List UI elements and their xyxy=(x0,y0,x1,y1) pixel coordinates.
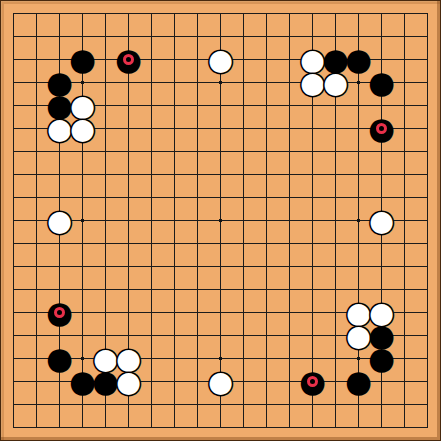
intersection-J10 xyxy=(186,209,209,232)
grid-line-v xyxy=(174,324,175,347)
grid-line-v xyxy=(197,140,198,163)
grid-line-v xyxy=(128,94,129,117)
intersection-K3: ● xyxy=(209,370,232,393)
grid-line-v xyxy=(220,301,221,324)
white-stone-F3: ● xyxy=(117,370,140,393)
intersection-M8 xyxy=(255,255,278,278)
grid-line-v xyxy=(105,255,106,278)
intersection-N1 xyxy=(278,416,301,439)
grid-line-v xyxy=(36,13,37,25)
grid-line-v xyxy=(174,255,175,278)
intersection-L6 xyxy=(232,301,255,324)
grid-line-v xyxy=(36,255,37,278)
grid-line-v xyxy=(289,13,290,25)
grid-line-v xyxy=(243,324,244,347)
grid-line-v xyxy=(82,324,83,347)
grid-line-v xyxy=(427,324,428,347)
grid-line-v xyxy=(427,163,428,186)
intersection-M1 xyxy=(255,416,278,439)
intersection-A11 xyxy=(2,186,25,209)
intersection-G18 xyxy=(140,25,163,48)
intersection-L9 xyxy=(232,232,255,255)
grid-line-v xyxy=(335,255,336,278)
star-point xyxy=(81,219,84,222)
intersection-M18 xyxy=(255,25,278,48)
intersection-B7 xyxy=(25,278,48,301)
grid-line-v xyxy=(82,301,83,324)
intersection-S19 xyxy=(393,2,416,25)
intersection-L15 xyxy=(232,94,255,117)
intersection-C6: ● xyxy=(48,301,71,324)
white-stone-O16: ● xyxy=(301,71,324,94)
intersection-N3 xyxy=(278,370,301,393)
grid-line-v xyxy=(82,186,83,209)
intersection-F9 xyxy=(117,232,140,255)
grid-line-v xyxy=(151,232,152,255)
grid-line-v xyxy=(404,117,405,140)
intersection-Q14 xyxy=(347,117,370,140)
grid-line-v xyxy=(105,209,106,232)
grid-line-v xyxy=(174,370,175,393)
grid-line-v xyxy=(427,13,428,25)
grid-line-v xyxy=(266,301,267,324)
intersection-T10 xyxy=(416,209,439,232)
intersection-P9 xyxy=(324,232,347,255)
grid-line-h xyxy=(13,174,25,175)
intersection-J8 xyxy=(186,255,209,278)
grid-line-v xyxy=(105,117,106,140)
grid-line-v xyxy=(128,117,129,140)
intersection-H16 xyxy=(163,71,186,94)
intersection-F11 xyxy=(117,186,140,209)
white-stone-K17: ● xyxy=(209,48,232,71)
intersection-G13 xyxy=(140,140,163,163)
grid-line-v xyxy=(151,278,152,301)
intersection-O1 xyxy=(301,416,324,439)
intersection-E17 xyxy=(94,48,117,71)
grid-line-v xyxy=(312,301,313,324)
intersection-B11 xyxy=(25,186,48,209)
intersection-H15 xyxy=(163,94,186,117)
grid-line-h xyxy=(13,59,25,60)
intersection-R1 xyxy=(370,416,393,439)
grid-line-v xyxy=(266,117,267,140)
intersection-M9 xyxy=(255,232,278,255)
grid-line-v xyxy=(220,140,221,163)
intersection-N13 xyxy=(278,140,301,163)
grid-line-v xyxy=(289,163,290,186)
grid-line-v xyxy=(82,13,83,25)
grid-line-v xyxy=(427,94,428,117)
intersection-Q12 xyxy=(347,163,370,186)
star-point xyxy=(81,81,84,84)
grid-line-v xyxy=(36,209,37,232)
intersection-N19 xyxy=(278,2,301,25)
intersection-J4 xyxy=(186,347,209,370)
intersection-J9 xyxy=(186,232,209,255)
grid-line-v xyxy=(404,25,405,48)
intersection-N2 xyxy=(278,393,301,416)
grid-line-v xyxy=(243,117,244,140)
intersection-D7 xyxy=(71,278,94,301)
intersection-Q5: ● xyxy=(347,324,370,347)
intersection-K8 xyxy=(209,255,232,278)
intersection-P2 xyxy=(324,393,347,416)
grid-line-v xyxy=(174,140,175,163)
grid-line-v xyxy=(13,117,14,140)
grid-line-v xyxy=(358,117,359,140)
grid-line-v xyxy=(197,13,198,25)
grid-line-v xyxy=(151,186,152,209)
grid-line-v xyxy=(13,301,14,324)
grid-line-v xyxy=(427,347,428,370)
grid-line-h xyxy=(13,105,25,106)
grid-line-v xyxy=(197,48,198,71)
grid-line-v xyxy=(312,416,313,428)
intersection-T14 xyxy=(416,117,439,140)
grid-line-v xyxy=(151,416,152,428)
grid-line-v xyxy=(427,393,428,416)
black-stone-E3: ● xyxy=(94,370,117,393)
black-stone-Q17: ● xyxy=(347,48,370,71)
grid-line-v xyxy=(243,163,244,186)
intersection-P7 xyxy=(324,278,347,301)
star-point xyxy=(219,357,222,360)
intersection-A13 xyxy=(2,140,25,163)
intersection-M6 xyxy=(255,301,278,324)
grid-line-v xyxy=(289,370,290,393)
grid-line-v xyxy=(13,25,14,48)
grid-line-v xyxy=(358,255,359,278)
grid-line-v xyxy=(197,370,198,393)
intersection-A2 xyxy=(2,393,25,416)
grid-line-v xyxy=(312,13,313,25)
grid-line-v xyxy=(404,255,405,278)
intersection-M3 xyxy=(255,370,278,393)
intersection-J12 xyxy=(186,163,209,186)
grid-line-v xyxy=(151,13,152,25)
intersection-T16 xyxy=(416,71,439,94)
intersection-S1 xyxy=(393,416,416,439)
grid-line-v xyxy=(335,393,336,416)
intersection-D14: ● xyxy=(71,117,94,140)
white-stone-R10: ● xyxy=(370,209,393,232)
intersection-N11 xyxy=(278,186,301,209)
intersection-A14 xyxy=(2,117,25,140)
grid-line-v xyxy=(381,416,382,428)
intersection-E9 xyxy=(94,232,117,255)
intersection-F1 xyxy=(117,416,140,439)
intersection-J2 xyxy=(186,393,209,416)
grid-line-v xyxy=(427,48,428,71)
intersection-L10 xyxy=(232,209,255,232)
intersection-M4 xyxy=(255,347,278,370)
intersection-H3 xyxy=(163,370,186,393)
intersection-R4: ● xyxy=(370,347,393,370)
grid-line-v xyxy=(174,163,175,186)
grid-line-v xyxy=(197,416,198,428)
grid-line-v xyxy=(404,278,405,301)
grid-line-v xyxy=(13,393,14,416)
grid-line-v xyxy=(220,186,221,209)
grid-line-v xyxy=(36,186,37,209)
grid-line-v xyxy=(174,278,175,301)
grid-line-v xyxy=(312,232,313,255)
grid-line-v xyxy=(427,25,428,48)
grid-line-v xyxy=(36,71,37,94)
grid-line-v xyxy=(151,25,152,48)
intersection-L13 xyxy=(232,140,255,163)
grid-line-v xyxy=(335,140,336,163)
grid-line-v xyxy=(243,140,244,163)
intersection-G12 xyxy=(140,163,163,186)
intersection-T12 xyxy=(416,163,439,186)
intersection-N18 xyxy=(278,25,301,48)
grid-line-v xyxy=(59,13,60,25)
grid-line-v xyxy=(197,163,198,186)
grid-line-v xyxy=(312,186,313,209)
intersection-T2 xyxy=(416,393,439,416)
intersection-S11 xyxy=(393,186,416,209)
intersection-K10 xyxy=(209,209,232,232)
grid-line-v xyxy=(335,209,336,232)
grid-line-v xyxy=(36,393,37,416)
intersection-G9 xyxy=(140,232,163,255)
grid-line-v xyxy=(13,71,14,94)
intersection-H11 xyxy=(163,186,186,209)
grid-line-v xyxy=(151,48,152,71)
intersection-C4: ● xyxy=(48,347,71,370)
intersection-P19 xyxy=(324,2,347,25)
intersection-G17 xyxy=(140,48,163,71)
grid-line-h xyxy=(13,243,25,244)
intersection-J5 xyxy=(186,324,209,347)
grid-line-v xyxy=(13,347,14,370)
intersection-S5 xyxy=(393,324,416,347)
intersection-O6 xyxy=(301,301,324,324)
intersection-F12 xyxy=(117,163,140,186)
intersection-K14 xyxy=(209,117,232,140)
intersection-N14 xyxy=(278,117,301,140)
grid-line-v xyxy=(312,163,313,186)
intersection-N12 xyxy=(278,163,301,186)
grid-line-v xyxy=(427,370,428,393)
intersection-D12 xyxy=(71,163,94,186)
intersection-J13 xyxy=(186,140,209,163)
intersection-P8 xyxy=(324,255,347,278)
grid-line-v xyxy=(335,117,336,140)
grid-line-v xyxy=(243,370,244,393)
grid-line-h xyxy=(13,335,25,336)
grid-line-v xyxy=(13,186,14,209)
grid-line-v xyxy=(289,324,290,347)
intersection-T3 xyxy=(416,370,439,393)
grid-line-v xyxy=(289,393,290,416)
intersection-B9 xyxy=(25,232,48,255)
intersection-G2 xyxy=(140,393,163,416)
intersection-K9 xyxy=(209,232,232,255)
grid-line-v xyxy=(243,416,244,428)
intersection-Q10 xyxy=(347,209,370,232)
intersection-D6 xyxy=(71,301,94,324)
grid-line-v xyxy=(289,347,290,370)
intersection-H13 xyxy=(163,140,186,163)
grid-line-v xyxy=(220,278,221,301)
intersection-S15 xyxy=(393,94,416,117)
grid-line-v xyxy=(36,117,37,140)
grid-line-v xyxy=(427,416,428,428)
intersection-H8 xyxy=(163,255,186,278)
intersection-A1 xyxy=(2,416,25,439)
intersection-M15 xyxy=(255,94,278,117)
intersection-B6 xyxy=(25,301,48,324)
intersection-P5 xyxy=(324,324,347,347)
grid-line-v xyxy=(335,163,336,186)
grid-line-v xyxy=(381,163,382,186)
intersection-B2 xyxy=(25,393,48,416)
intersection-S18 xyxy=(393,25,416,48)
grid-line-v xyxy=(128,140,129,163)
intersection-L12 xyxy=(232,163,255,186)
grid-line-v xyxy=(220,117,221,140)
grid-line-v xyxy=(312,324,313,347)
intersection-T4 xyxy=(416,347,439,370)
intersection-F8 xyxy=(117,255,140,278)
grid-line-v xyxy=(243,48,244,71)
intersection-J6 xyxy=(186,301,209,324)
intersection-F7 xyxy=(117,278,140,301)
intersection-D17: ● xyxy=(71,48,94,71)
intersection-A18 xyxy=(2,25,25,48)
intersection-Q8 xyxy=(347,255,370,278)
intersection-T17 xyxy=(416,48,439,71)
grid-line-h xyxy=(13,36,25,37)
grid-line-v xyxy=(151,163,152,186)
intersection-A4 xyxy=(2,347,25,370)
grid-line-v xyxy=(427,71,428,94)
grid-line-v xyxy=(243,347,244,370)
intersection-B8 xyxy=(25,255,48,278)
intersection-P16: ● xyxy=(324,71,347,94)
grid-line-v xyxy=(358,232,359,255)
intersection-Q11 xyxy=(347,186,370,209)
grid-line-v xyxy=(243,71,244,94)
star-point xyxy=(81,357,84,360)
grid-line-v xyxy=(105,186,106,209)
grid-line-v xyxy=(404,347,405,370)
star-point xyxy=(357,81,360,84)
intersection-C18 xyxy=(48,25,71,48)
intersection-O12 xyxy=(301,163,324,186)
grid-line-v xyxy=(335,232,336,255)
intersection-K19 xyxy=(209,2,232,25)
grid-line-v xyxy=(335,186,336,209)
grid-line-v xyxy=(197,209,198,232)
grid-line-v xyxy=(266,209,267,232)
intersection-H1 xyxy=(163,416,186,439)
intersection-M7 xyxy=(255,278,278,301)
grid-line-v xyxy=(335,13,336,25)
intersection-H14 xyxy=(163,117,186,140)
intersection-P6 xyxy=(324,301,347,324)
grid-line-v xyxy=(174,13,175,25)
grid-line-v xyxy=(266,94,267,117)
intersection-H17 xyxy=(163,48,186,71)
intersection-L11 xyxy=(232,186,255,209)
intersection-B3 xyxy=(25,370,48,393)
grid-line-h xyxy=(13,128,25,129)
grid-line-v xyxy=(197,232,198,255)
grid-line-v xyxy=(335,347,336,370)
star-point xyxy=(219,81,222,84)
intersection-T18 xyxy=(416,25,439,48)
grid-line-v xyxy=(36,94,37,117)
grid-line-v xyxy=(128,232,129,255)
grid-line-v xyxy=(427,209,428,232)
grid-line-v xyxy=(36,48,37,71)
grid-line-v xyxy=(105,13,106,25)
grid-line-v xyxy=(220,255,221,278)
intersection-R12 xyxy=(370,163,393,186)
intersection-N6 xyxy=(278,301,301,324)
intersection-R18 xyxy=(370,25,393,48)
intersection-Q17: ● xyxy=(347,48,370,71)
intersection-B12 xyxy=(25,163,48,186)
grid-line-v xyxy=(289,232,290,255)
white-stone-C14: ● xyxy=(48,117,71,140)
intersection-M13 xyxy=(255,140,278,163)
intersection-E14 xyxy=(94,117,117,140)
intersection-S12 xyxy=(393,163,416,186)
intersection-L17 xyxy=(232,48,255,71)
grid-line-v xyxy=(105,163,106,186)
grid-line-v xyxy=(404,416,405,428)
grid-line-v xyxy=(289,209,290,232)
intersection-P3 xyxy=(324,370,347,393)
grid-line-v xyxy=(427,301,428,324)
grid-line-v xyxy=(243,209,244,232)
intersection-B19 xyxy=(25,2,48,25)
grid-line-v xyxy=(404,71,405,94)
grid-line-v xyxy=(197,278,198,301)
grid-line-v xyxy=(36,278,37,301)
grid-line-v xyxy=(174,393,175,416)
white-stone-P16: ● xyxy=(324,71,347,94)
grid-line-v xyxy=(13,278,14,301)
grid-line-v xyxy=(312,278,313,301)
grid-line-v xyxy=(243,25,244,48)
intersection-L19 xyxy=(232,2,255,25)
grid-line-v xyxy=(243,186,244,209)
grid-line-v xyxy=(289,278,290,301)
intersection-C12 xyxy=(48,163,71,186)
intersection-L18 xyxy=(232,25,255,48)
grid-line-v xyxy=(174,301,175,324)
grid-line-v xyxy=(36,324,37,347)
grid-line-v xyxy=(266,416,267,428)
intersection-S4 xyxy=(393,347,416,370)
grid-line-v xyxy=(266,25,267,48)
grid-line-v xyxy=(335,370,336,393)
grid-line-v xyxy=(151,255,152,278)
intersection-J1 xyxy=(186,416,209,439)
intersection-E16 xyxy=(94,71,117,94)
black-stone-R4: ● xyxy=(370,347,393,370)
intersection-K13 xyxy=(209,140,232,163)
grid-line-v xyxy=(82,278,83,301)
intersection-R19 xyxy=(370,2,393,25)
intersection-G15 xyxy=(140,94,163,117)
